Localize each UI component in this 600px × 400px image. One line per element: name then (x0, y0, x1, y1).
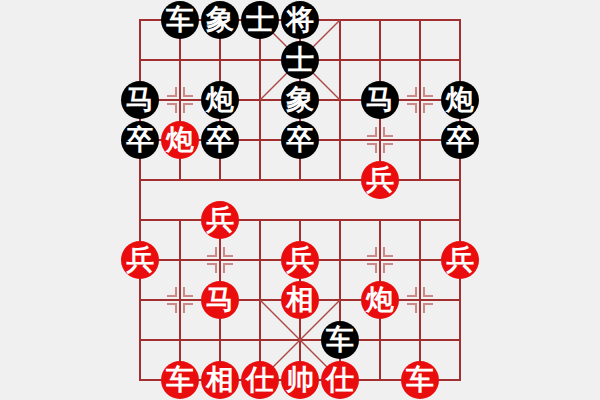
piece-black-soldier[interactable]: 卒 (121, 121, 159, 159)
piece-black-soldier[interactable]: 卒 (201, 121, 239, 159)
piece-red-soldier[interactable]: 兵 (201, 201, 239, 239)
piece-black-cannon[interactable]: 炮 (201, 81, 239, 119)
piece-red-elephant[interactable]: 相 (201, 361, 239, 399)
piece-red-chariot[interactable]: 车 (401, 361, 439, 399)
piece-red-chariot[interactable]: 车 (161, 361, 199, 399)
piece-black-advisor[interactable]: 士 (241, 1, 279, 39)
piece-red-advisor[interactable]: 仕 (321, 361, 359, 399)
piece-red-general[interactable]: 帅 (281, 361, 319, 399)
piece-red-cannon[interactable]: 炮 (161, 121, 199, 159)
piece-red-soldier[interactable]: 兵 (361, 161, 399, 199)
piece-black-soldier[interactable]: 卒 (441, 121, 479, 159)
piece-black-general[interactable]: 将 (281, 1, 319, 39)
piece-black-horse[interactable]: 马 (121, 81, 159, 119)
piece-black-chariot[interactable]: 车 (161, 1, 199, 39)
piece-red-soldier[interactable]: 兵 (121, 241, 159, 279)
piece-black-elephant[interactable]: 象 (201, 1, 239, 39)
piece-black-cannon[interactable]: 炮 (441, 81, 479, 119)
piece-red-cannon[interactable]: 炮 (361, 281, 399, 319)
piece-red-horse[interactable]: 马 (201, 281, 239, 319)
piece-black-advisor[interactable]: 士 (281, 41, 319, 79)
pieces-layer: 车象士将士马炮象马炮卒卒卒卒车炮兵兵兵兵兵马相炮车相仕帅仕车 (0, 0, 600, 400)
piece-red-soldier[interactable]: 兵 (281, 241, 319, 279)
xiangqi-board[interactable]: 车象士将士马炮象马炮卒卒卒卒车炮兵兵兵兵兵马相炮车相仕帅仕车 (0, 0, 600, 400)
piece-red-soldier[interactable]: 兵 (441, 241, 479, 279)
piece-black-horse[interactable]: 马 (361, 81, 399, 119)
piece-red-advisor[interactable]: 仕 (241, 361, 279, 399)
piece-red-elephant[interactable]: 相 (281, 281, 319, 319)
piece-black-soldier[interactable]: 卒 (281, 121, 319, 159)
piece-black-chariot[interactable]: 车 (321, 321, 359, 359)
piece-black-elephant[interactable]: 象 (281, 81, 319, 119)
